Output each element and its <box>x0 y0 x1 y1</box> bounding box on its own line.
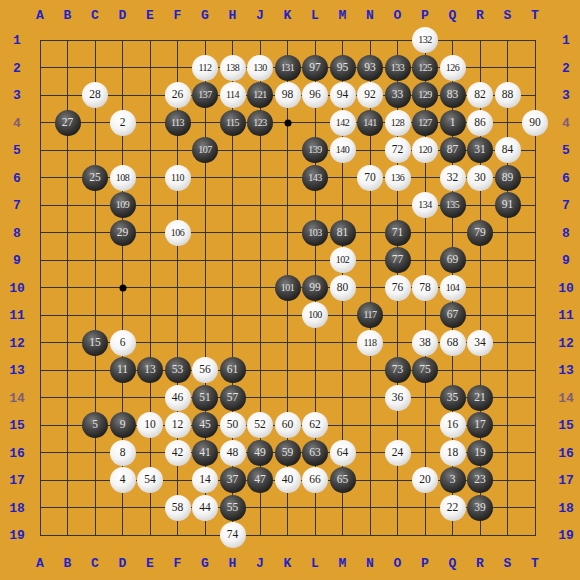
stone-F18[interactable]: 58 <box>165 495 191 521</box>
stone-P12[interactable]: 38 <box>412 330 438 356</box>
stone-G15[interactable]: 45 <box>192 412 218 438</box>
coord-label-top-G: G <box>201 8 209 23</box>
stone-P17[interactable]: 20 <box>412 467 438 493</box>
stone-O3[interactable]: 33 <box>385 82 411 108</box>
coord-label-left-1: 1 <box>13 33 21 48</box>
stone-H3[interactable]: 114 <box>220 82 246 108</box>
stone-F4[interactable]: 113 <box>165 110 191 136</box>
stone-S7[interactable]: 91 <box>495 192 521 218</box>
stone-Q17[interactable]: 3 <box>440 467 466 493</box>
stone-H19[interactable]: 74 <box>220 522 246 548</box>
stone-M2[interactable]: 95 <box>330 55 356 81</box>
stone-S3[interactable]: 88 <box>495 82 521 108</box>
stone-F16[interactable]: 42 <box>165 440 191 466</box>
coord-label-left-8: 8 <box>13 225 21 240</box>
coord-label-top-D: D <box>119 8 127 23</box>
stone-R5[interactable]: 31 <box>467 137 493 163</box>
coord-label-bottom-L: L <box>311 556 319 571</box>
stone-D4[interactable]: 2 <box>110 110 136 136</box>
coord-label-top-S: S <box>504 8 512 23</box>
coord-label-bottom-S: S <box>504 556 512 571</box>
coord-label-bottom-M: M <box>339 556 347 571</box>
stone-F14[interactable]: 46 <box>165 385 191 411</box>
stone-F8[interactable]: 106 <box>165 220 191 246</box>
stone-L3[interactable]: 96 <box>302 82 328 108</box>
stone-G2[interactable]: 112 <box>192 55 218 81</box>
stone-F15[interactable]: 12 <box>165 412 191 438</box>
stone-P5[interactable]: 120 <box>412 137 438 163</box>
stone-D17[interactable]: 4 <box>110 467 136 493</box>
coord-label-right-12: 12 <box>558 335 574 350</box>
stone-E15[interactable]: 10 <box>137 412 163 438</box>
coord-label-bottom-A: A <box>36 556 44 571</box>
stone-D15[interactable]: 9 <box>110 412 136 438</box>
stone-S6[interactable]: 89 <box>495 165 521 191</box>
coord-label-right-19: 19 <box>558 528 574 543</box>
stone-M10[interactable]: 80 <box>330 275 356 301</box>
stone-N12[interactable]: 118 <box>357 330 383 356</box>
coord-label-bottom-E: E <box>146 556 154 571</box>
coord-label-top-O: O <box>394 8 402 23</box>
stone-E13[interactable]: 13 <box>137 357 163 383</box>
coord-label-right-15: 15 <box>558 418 574 433</box>
stone-E17[interactable]: 54 <box>137 467 163 493</box>
coord-label-bottom-P: P <box>421 556 429 571</box>
coord-label-top-C: C <box>91 8 99 23</box>
stone-D13[interactable]: 11 <box>110 357 136 383</box>
coord-label-right-3: 3 <box>562 88 570 103</box>
go-board: AABBCCDDEEFFGGHHJJKKLLMMNNOOPPQQRRSSTT11… <box>0 0 580 580</box>
coord-label-bottom-F: F <box>174 556 182 571</box>
stone-D16[interactable]: 8 <box>110 440 136 466</box>
coord-label-left-10: 10 <box>9 280 25 295</box>
coord-label-right-10: 10 <box>558 280 574 295</box>
stone-P1[interactable]: 132 <box>412 27 438 53</box>
stone-C12[interactable]: 15 <box>82 330 108 356</box>
stone-F13[interactable]: 53 <box>165 357 191 383</box>
stone-H14[interactable]: 57 <box>220 385 246 411</box>
coord-label-top-N: N <box>366 8 374 23</box>
coord-label-left-6: 6 <box>13 170 21 185</box>
coord-label-top-H: H <box>229 8 237 23</box>
stone-J4[interactable]: 123 <box>247 110 273 136</box>
coord-label-right-7: 7 <box>562 198 570 213</box>
coord-label-bottom-O: O <box>394 556 402 571</box>
stone-J2[interactable]: 130 <box>247 55 273 81</box>
stone-K17[interactable]: 40 <box>275 467 301 493</box>
stone-H18[interactable]: 55 <box>220 495 246 521</box>
stone-D6[interactable]: 108 <box>110 165 136 191</box>
coord-label-left-7: 7 <box>13 198 21 213</box>
stone-G16[interactable]: 41 <box>192 440 218 466</box>
stone-Q9[interactable]: 69 <box>440 247 466 273</box>
stone-Q6[interactable]: 32 <box>440 165 466 191</box>
coord-label-bottom-C: C <box>91 556 99 571</box>
stone-R8[interactable]: 79 <box>467 220 493 246</box>
coord-label-left-16: 16 <box>9 445 25 460</box>
stone-R17[interactable]: 23 <box>467 467 493 493</box>
coord-label-top-P: P <box>421 8 429 23</box>
stone-L5[interactable]: 139 <box>302 137 328 163</box>
coord-label-left-2: 2 <box>13 60 21 75</box>
stone-K16[interactable]: 59 <box>275 440 301 466</box>
coord-label-top-J: J <box>256 8 264 23</box>
stone-R16[interactable]: 19 <box>467 440 493 466</box>
stone-N3[interactable]: 92 <box>357 82 383 108</box>
stone-M8[interactable]: 81 <box>330 220 356 246</box>
coord-label-right-13: 13 <box>558 363 574 378</box>
coord-label-left-4: 4 <box>13 115 21 130</box>
stone-L8[interactable]: 103 <box>302 220 328 246</box>
coord-label-right-18: 18 <box>558 500 574 515</box>
stone-H16[interactable]: 48 <box>220 440 246 466</box>
stone-C15[interactable]: 5 <box>82 412 108 438</box>
stone-B4[interactable]: 27 <box>55 110 81 136</box>
stone-J16[interactable]: 49 <box>247 440 273 466</box>
coord-label-left-19: 19 <box>9 528 25 543</box>
stone-L17[interactable]: 66 <box>302 467 328 493</box>
stone-M3[interactable]: 94 <box>330 82 356 108</box>
stone-G17[interactable]: 14 <box>192 467 218 493</box>
stone-T4[interactable]: 90 <box>522 110 548 136</box>
stone-R18[interactable]: 39 <box>467 495 493 521</box>
coord-label-left-12: 12 <box>9 335 25 350</box>
stone-L6[interactable]: 143 <box>302 165 328 191</box>
stone-L10[interactable]: 99 <box>302 275 328 301</box>
coord-label-left-13: 13 <box>9 363 25 378</box>
stone-Q2[interactable]: 126 <box>440 55 466 81</box>
coord-label-top-E: E <box>146 8 154 23</box>
stone-H2[interactable]: 138 <box>220 55 246 81</box>
stone-P10[interactable]: 78 <box>412 275 438 301</box>
stone-H13[interactable]: 61 <box>220 357 246 383</box>
stone-S5[interactable]: 84 <box>495 137 521 163</box>
stone-M16[interactable]: 64 <box>330 440 356 466</box>
stone-Q5[interactable]: 87 <box>440 137 466 163</box>
stone-Q4[interactable]: 1 <box>440 110 466 136</box>
stone-K15[interactable]: 60 <box>275 412 301 438</box>
coord-label-right-1: 1 <box>562 33 570 48</box>
stone-C6[interactable]: 25 <box>82 165 108 191</box>
stone-Q16[interactable]: 18 <box>440 440 466 466</box>
stone-D7[interactable]: 109 <box>110 192 136 218</box>
coord-label-left-5: 5 <box>13 143 21 158</box>
coord-label-right-9: 9 <box>562 253 570 268</box>
stone-Q14[interactable]: 35 <box>440 385 466 411</box>
stone-N4[interactable]: 141 <box>357 110 383 136</box>
stone-D8[interactable]: 29 <box>110 220 136 246</box>
coord-label-top-L: L <box>311 8 319 23</box>
stone-L15[interactable]: 62 <box>302 412 328 438</box>
stone-P3[interactable]: 129 <box>412 82 438 108</box>
stone-H4[interactable]: 115 <box>220 110 246 136</box>
coord-label-top-Q: Q <box>449 8 457 23</box>
stone-K3[interactable]: 98 <box>275 82 301 108</box>
stone-R4[interactable]: 86 <box>467 110 493 136</box>
stone-G18[interactable]: 44 <box>192 495 218 521</box>
stone-O16[interactable]: 24 <box>385 440 411 466</box>
stone-R15[interactable]: 17 <box>467 412 493 438</box>
stone-L11[interactable]: 100 <box>302 302 328 328</box>
stone-L16[interactable]: 63 <box>302 440 328 466</box>
coord-label-left-17: 17 <box>9 473 25 488</box>
coord-label-bottom-R: R <box>476 556 484 571</box>
stone-Q15[interactable]: 16 <box>440 412 466 438</box>
stone-Q3[interactable]: 83 <box>440 82 466 108</box>
coord-label-right-17: 17 <box>558 473 574 488</box>
coord-label-top-K: K <box>284 8 292 23</box>
stone-J17[interactable]: 47 <box>247 467 273 493</box>
stone-O13[interactable]: 73 <box>385 357 411 383</box>
coord-label-bottom-T: T <box>531 556 539 571</box>
coord-label-right-6: 6 <box>562 170 570 185</box>
coord-label-bottom-D: D <box>119 556 127 571</box>
stone-Q12[interactable]: 68 <box>440 330 466 356</box>
stone-N2[interactable]: 93 <box>357 55 383 81</box>
coord-label-top-A: A <box>36 8 44 23</box>
stone-Q18[interactable]: 22 <box>440 495 466 521</box>
stone-R6[interactable]: 30 <box>467 165 493 191</box>
coord-label-right-2: 2 <box>562 60 570 75</box>
stone-F6[interactable]: 110 <box>165 165 191 191</box>
stone-O2[interactable]: 133 <box>385 55 411 81</box>
stone-D12[interactable]: 6 <box>110 330 136 356</box>
stone-Q11[interactable]: 67 <box>440 302 466 328</box>
coord-label-right-5: 5 <box>562 143 570 158</box>
stone-Q7[interactable]: 135 <box>440 192 466 218</box>
coord-label-right-16: 16 <box>558 445 574 460</box>
stone-P4[interactable]: 127 <box>412 110 438 136</box>
stone-C3[interactable]: 28 <box>82 82 108 108</box>
stone-J3[interactable]: 121 <box>247 82 273 108</box>
stone-P13[interactable]: 75 <box>412 357 438 383</box>
stone-M5[interactable]: 140 <box>330 137 356 163</box>
stone-G14[interactable]: 51 <box>192 385 218 411</box>
coord-label-bottom-N: N <box>366 556 374 571</box>
coord-label-bottom-G: G <box>201 556 209 571</box>
stone-H17[interactable]: 37 <box>220 467 246 493</box>
coord-label-right-4: 4 <box>562 115 570 130</box>
stone-K10[interactable]: 101 <box>275 275 301 301</box>
stone-P2[interactable]: 125 <box>412 55 438 81</box>
coord-label-top-R: R <box>476 8 484 23</box>
stone-O6[interactable]: 136 <box>385 165 411 191</box>
coord-label-left-18: 18 <box>9 500 25 515</box>
coord-label-left-11: 11 <box>9 308 25 323</box>
stone-G3[interactable]: 137 <box>192 82 218 108</box>
coord-label-top-B: B <box>64 8 72 23</box>
coord-label-left-3: 3 <box>13 88 21 103</box>
stone-R3[interactable]: 82 <box>467 82 493 108</box>
stone-R12[interactable]: 34 <box>467 330 493 356</box>
coord-label-right-11: 11 <box>558 308 574 323</box>
stone-Q10[interactable]: 104 <box>440 275 466 301</box>
stone-P7[interactable]: 134 <box>412 192 438 218</box>
coord-label-left-9: 9 <box>13 253 21 268</box>
coord-label-top-M: M <box>339 8 347 23</box>
stone-G5[interactable]: 107 <box>192 137 218 163</box>
stone-O4[interactable]: 128 <box>385 110 411 136</box>
coord-label-bottom-Q: Q <box>449 556 457 571</box>
stone-R14[interactable]: 21 <box>467 385 493 411</box>
stones-layer: 1234568910111213141516171819202122232425… <box>26 26 549 549</box>
stone-N11[interactable]: 117 <box>357 302 383 328</box>
coord-label-bottom-H: H <box>229 556 237 571</box>
coord-label-top-T: T <box>531 8 539 23</box>
stone-O5[interactable]: 72 <box>385 137 411 163</box>
stone-N6[interactable]: 70 <box>357 165 383 191</box>
stone-L2[interactable]: 97 <box>302 55 328 81</box>
stone-O14[interactable]: 36 <box>385 385 411 411</box>
stone-M17[interactable]: 65 <box>330 467 356 493</box>
stone-M4[interactable]: 142 <box>330 110 356 136</box>
stone-O8[interactable]: 71 <box>385 220 411 246</box>
coord-label-right-8: 8 <box>562 225 570 240</box>
coord-label-top-F: F <box>174 8 182 23</box>
coord-label-bottom-B: B <box>64 556 72 571</box>
stone-K2[interactable]: 131 <box>275 55 301 81</box>
stone-M9[interactable]: 102 <box>330 247 356 273</box>
stone-O10[interactable]: 76 <box>385 275 411 301</box>
coord-label-right-14: 14 <box>558 390 574 405</box>
coord-label-left-14: 14 <box>9 390 25 405</box>
stone-H15[interactable]: 50 <box>220 412 246 438</box>
coord-label-bottom-K: K <box>284 556 292 571</box>
coord-label-left-15: 15 <box>9 418 25 433</box>
stone-G13[interactable]: 56 <box>192 357 218 383</box>
coord-label-bottom-J: J <box>256 556 264 571</box>
stone-O9[interactable]: 77 <box>385 247 411 273</box>
stone-J15[interactable]: 52 <box>247 412 273 438</box>
stone-F3[interactable]: 26 <box>165 82 191 108</box>
